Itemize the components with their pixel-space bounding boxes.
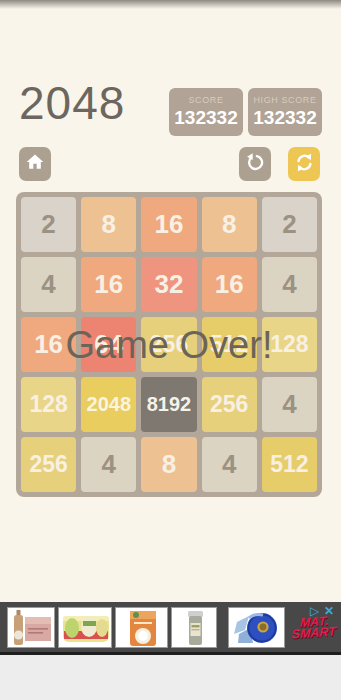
status-bar-shadow: [0, 0, 341, 9]
tile-128: 128: [262, 317, 317, 372]
tile-128: 128: [21, 377, 76, 432]
tile-64: 64: [81, 317, 136, 372]
ad-product-spice-jar[interactable]: [171, 607, 217, 648]
score-box: SCORE 132332: [169, 88, 243, 136]
high-score-value: 132332: [253, 107, 316, 129]
ad-brand-line2: SMART: [289, 626, 339, 640]
ad-product-yogurt-multipack[interactable]: [58, 607, 112, 648]
ad-product-blue-round-wrapper[interactable]: [228, 607, 285, 648]
tile-4: 4: [262, 377, 317, 432]
android-nav-bar: [0, 655, 341, 700]
high-score-label: HIGH SCORE: [253, 95, 316, 105]
tile-512: 512: [262, 437, 317, 492]
tile-256: 256: [141, 317, 196, 372]
tile-2: 2: [262, 197, 317, 252]
tile-16: 16: [202, 257, 257, 312]
tile-4: 4: [21, 257, 76, 312]
tile-4: 4: [202, 437, 257, 492]
home-icon: [25, 152, 45, 176]
rice-package-image: [116, 608, 168, 648]
refresh-icon: [294, 152, 315, 177]
ad-brand-logo[interactable]: MAT. SMART: [289, 615, 340, 640]
tile-256: 256: [202, 377, 257, 432]
score-value: 132332: [174, 107, 237, 129]
tile-2: 2: [21, 197, 76, 252]
ad-product-bottle-and-box[interactable]: [7, 607, 55, 648]
ad-product-rice-package[interactable]: [115, 607, 168, 648]
tile-512: 512: [202, 317, 257, 372]
tile-16: 16: [21, 317, 76, 372]
tile-2048: 2048: [81, 377, 136, 432]
tile-4: 4: [262, 257, 317, 312]
home-button[interactable]: [19, 147, 51, 181]
new-game-button[interactable]: [288, 147, 320, 181]
tile-8: 8: [141, 437, 196, 492]
tile-16: 16: [141, 197, 196, 252]
tile-256: 256: [21, 437, 76, 492]
high-score-box: HIGH SCORE 132332: [248, 88, 322, 136]
spice-jar-image: [172, 608, 217, 648]
tile-8: 8: [202, 197, 257, 252]
undo-button[interactable]: [239, 147, 271, 181]
app-title: 2048: [19, 76, 125, 130]
tile-4: 4: [81, 437, 136, 492]
tile-32: 32: [141, 257, 196, 312]
board-grid[interactable]: 2816824163216416642565121281282048819225…: [16, 192, 322, 497]
tile-8192: 8192: [141, 377, 196, 432]
phone-screen: 2048 SCORE 132332 HIGH SCORE 132332: [0, 0, 341, 700]
tile-16: 16: [81, 257, 136, 312]
blue-round-wrapper-image: [229, 608, 285, 648]
bottle-and-box-image: [8, 608, 55, 648]
undo-arrow-icon: [245, 152, 266, 177]
score-label: SCORE: [188, 95, 223, 105]
tile-8: 8: [81, 197, 136, 252]
yogurt-multipack-image: [59, 608, 112, 648]
